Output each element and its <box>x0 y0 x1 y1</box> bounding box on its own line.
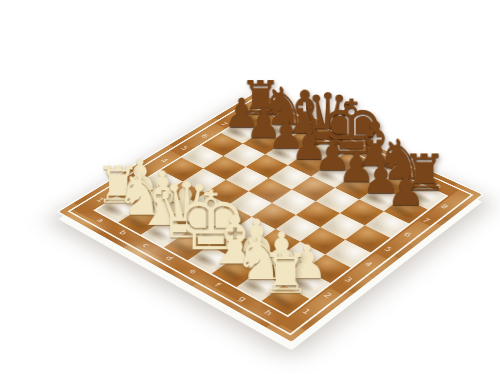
rank-label-6: 6 <box>392 224 423 244</box>
piece-black-pawn-h7[interactable]: ♟ <box>383 167 429 210</box>
rank-label-5: 5 <box>372 239 404 260</box>
rank-label-1: 1 <box>289 300 323 323</box>
rank-label-4: 4 <box>352 253 385 275</box>
file-label-g: g <box>225 288 261 310</box>
square-h6[interactable] <box>365 211 409 237</box>
square-h4[interactable] <box>325 240 371 268</box>
rank-label-7: 7 <box>411 210 442 230</box>
file-label-h: h <box>250 302 287 324</box>
piece-white-rook-h1[interactable]: ♜ <box>261 244 311 299</box>
product-photo-scene: abcdefgh abcdefgh 87654321 87654321 ♜♞♝♛… <box>0 0 500 374</box>
file-label-a: a <box>84 211 117 230</box>
chess-board: abcdefgh abcdefgh 87654321 87654321 ♜♞♝♛… <box>56 91 485 344</box>
file-label-f: f <box>200 274 236 295</box>
square-g6[interactable] <box>340 199 384 225</box>
square-f5[interactable] <box>296 201 340 227</box>
rank-label-2: 2 <box>311 284 345 307</box>
rank-label-3: 3 <box>332 268 365 290</box>
square-h5[interactable] <box>345 225 390 252</box>
